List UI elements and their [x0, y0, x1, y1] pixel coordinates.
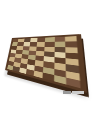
board-square [53, 75, 65, 85]
watermark-segment [63, 91, 71, 94]
board-square [43, 72, 54, 81]
product-photo [0, 0, 95, 126]
board-square [34, 70, 43, 78]
watermark [63, 91, 84, 94]
watermark-segment [72, 91, 84, 94]
